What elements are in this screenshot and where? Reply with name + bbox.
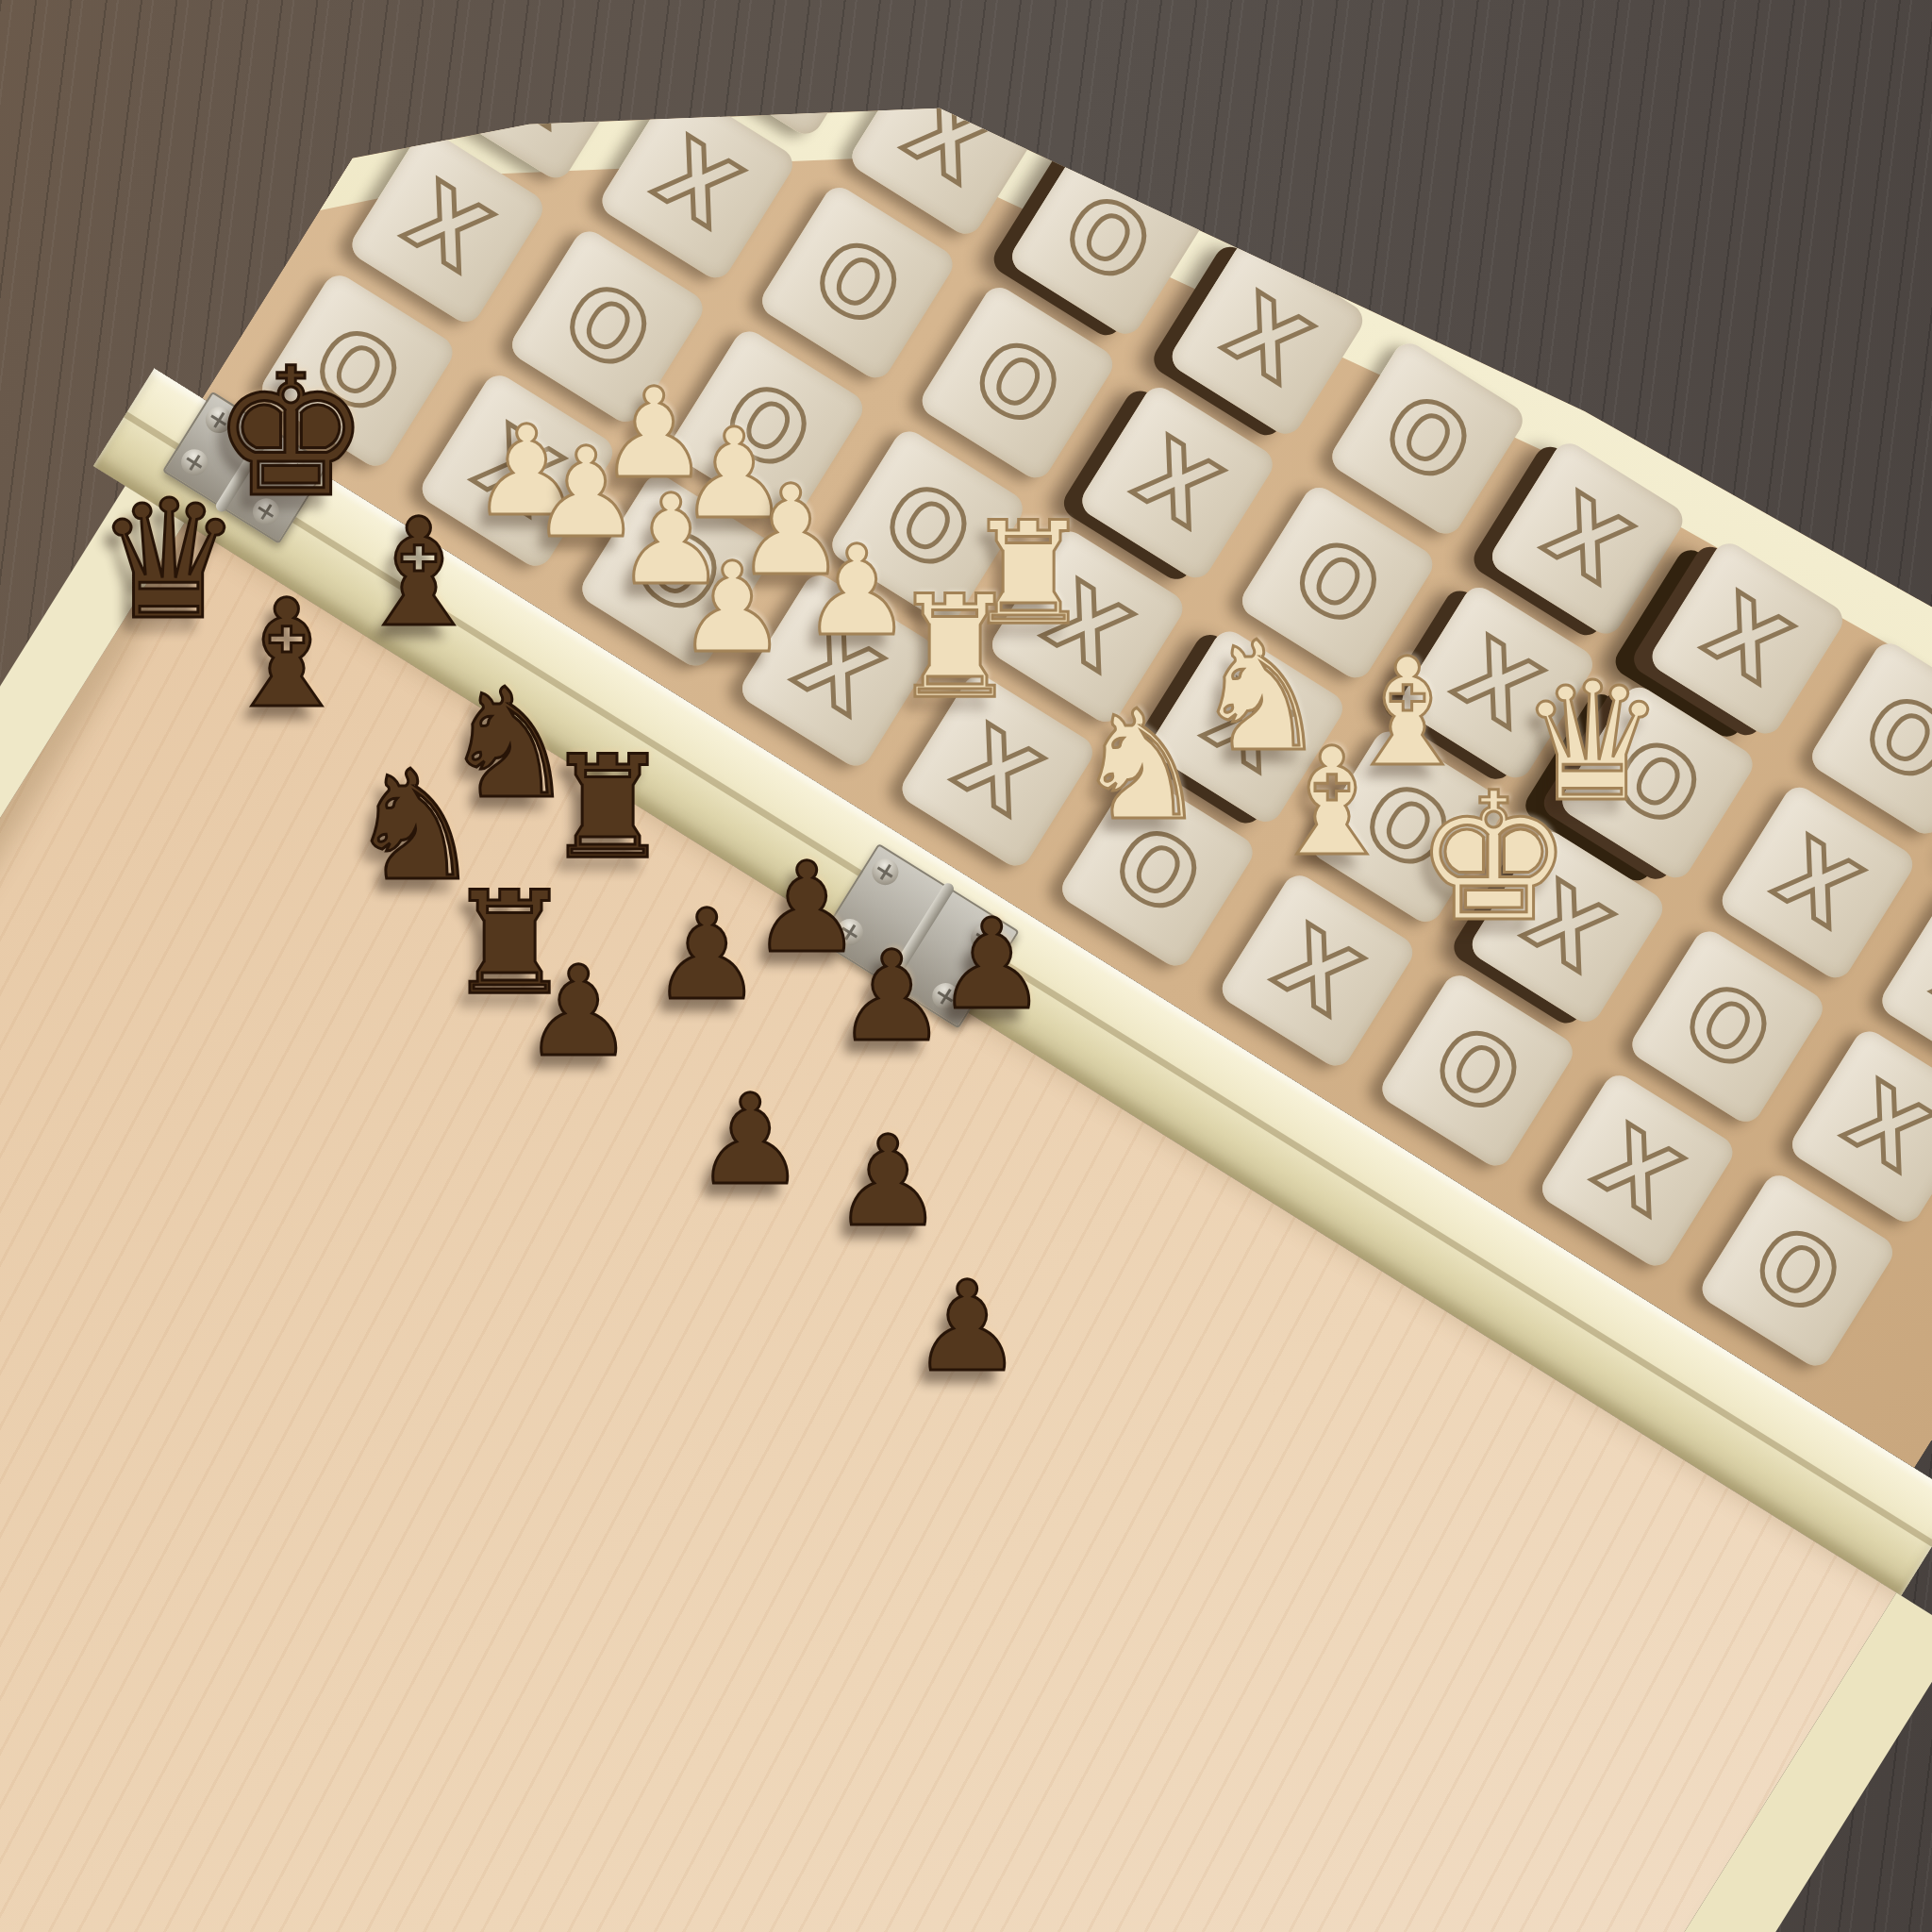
dark-pawn: ♟ [911,1264,1023,1389]
white-knight: ♞ [1074,691,1208,841]
white-pawn: ♟ [676,545,788,670]
dark-pawn: ♟ [523,949,634,1074]
dark-bishop: ♝ [220,579,354,728]
dark-rook: ♜ [544,737,671,878]
white-king: ♚ [1414,769,1574,946]
dark-pawn: ♟ [832,1119,943,1243]
dark-pawn: ♟ [836,934,947,1058]
dark-pawn: ♟ [936,902,1047,1026]
dark-pawn: ♟ [651,892,762,1017]
white-bishop: ♝ [1265,727,1399,876]
chess-pieces-layer: ♟♟♟♟♟♟♜♟♟♜♞♝♛♞♝♚♚♛♝♝♞♜♞♟♜♟♟♟♟♟♟♟ [0,0,1932,1932]
photo-scene: XOXOXOXXOXXXOOXOXOXXXOOOXXOXOXOXOXXOXOXO… [0,0,1932,1932]
white-rook: ♜ [891,576,1018,718]
dark-pawn: ♟ [694,1077,806,1202]
dark-bishop: ♝ [352,498,486,647]
